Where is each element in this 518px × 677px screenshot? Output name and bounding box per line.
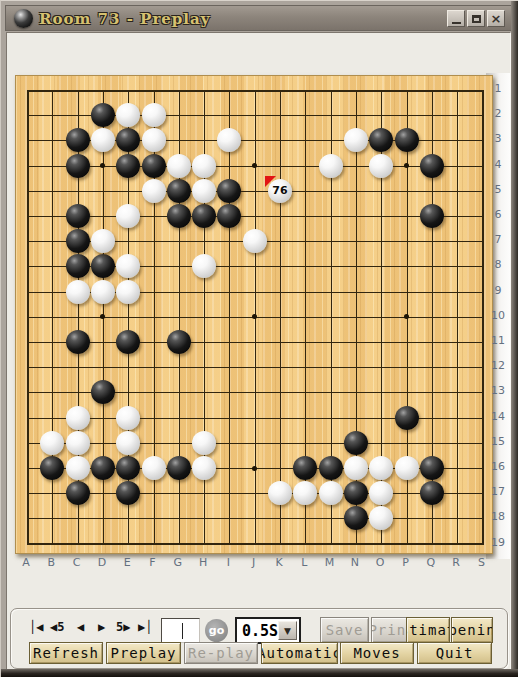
stone-black-G11: [167, 330, 191, 354]
stone-black-C4: [66, 154, 90, 178]
stone-white-E9: [116, 280, 140, 304]
stone-black-N17: [344, 481, 368, 505]
stone-black-I5: [217, 179, 241, 203]
row-label-15: 15: [488, 435, 508, 448]
stone-black-C3: [66, 128, 90, 152]
stone-black-E16: [116, 456, 140, 480]
stone-black-D8: [91, 254, 115, 278]
stone-black-C17: [66, 481, 90, 505]
column-label-N: N: [346, 556, 364, 569]
row-label-13: 13: [488, 384, 508, 397]
stone-white-F3: [142, 128, 166, 152]
row-label-5: 5: [488, 183, 508, 196]
nav-back-1-button[interactable]: ◀: [77, 621, 84, 633]
row-label-18: 18: [488, 510, 508, 523]
star-point: [252, 163, 257, 168]
grid-line-vertical: [280, 90, 281, 545]
preplay-button[interactable]: Preplay: [106, 642, 181, 664]
star-point: [100, 163, 105, 168]
row-label-8: 8: [488, 258, 508, 271]
stone-black-O3: [369, 128, 393, 152]
stone-white-I3: [217, 128, 241, 152]
stone-white-E2: [116, 103, 140, 127]
column-label-B: B: [42, 556, 60, 569]
stone-black-M16: [319, 456, 343, 480]
stone-white-E14: [116, 406, 140, 430]
row-label-2: 2: [488, 107, 508, 120]
row-label-17: 17: [488, 485, 508, 498]
stone-white-E15: [116, 431, 140, 455]
stone-black-E4: [116, 154, 140, 178]
stone-black-G6: [167, 204, 191, 228]
titlebar[interactable]: Room 73 - Preplay ×: [5, 5, 512, 31]
column-label-J: J: [245, 556, 263, 569]
stone-white-H16: [192, 456, 216, 480]
grid-line-vertical: [482, 90, 484, 545]
minimize-icon: [452, 22, 461, 24]
grid-line-horizontal: [27, 367, 483, 368]
stone-white-D7: [91, 229, 115, 253]
stone-white-C9: [66, 280, 90, 304]
stone-black-D16: [91, 456, 115, 480]
stone-black-F4: [142, 154, 166, 178]
grid-line-horizontal: [27, 342, 483, 343]
save-button[interactable]: Save: [320, 617, 369, 643]
stone-black-G16: [167, 456, 191, 480]
stone-black-Q6: [420, 204, 444, 228]
nav-last-button[interactable]: ▶│: [138, 621, 152, 633]
nav-forward-1-button[interactable]: ▶: [98, 621, 105, 633]
quit-button[interactable]: Quit: [417, 642, 492, 664]
stone-black-N15: [344, 431, 368, 455]
chevron-down-icon: ▼: [284, 626, 291, 636]
grid-line-horizontal: [27, 493, 483, 494]
stone-black-Q16: [420, 456, 444, 480]
column-label-R: R: [447, 556, 465, 569]
column-label-F: F: [144, 556, 162, 569]
row-label-1: 1: [488, 82, 508, 95]
stone-black-L16: [293, 456, 317, 480]
stone-black-D2: [91, 103, 115, 127]
star-point: [404, 163, 409, 168]
dropdown-arrow-button[interactable]: ▼: [278, 621, 297, 640]
column-label-E: E: [118, 556, 136, 569]
stone-white-F16: [142, 456, 166, 480]
client-area: 76 ABCDEFGHIJKLMNOPQRS123456789101112131…: [6, 32, 511, 670]
stone-white-O4: [369, 154, 393, 178]
row-label-19: 19: [488, 536, 508, 549]
stone-black-P14: [395, 406, 419, 430]
column-label-I: I: [219, 556, 237, 569]
stone-black-H6: [192, 204, 216, 228]
row-label-14: 14: [488, 410, 508, 423]
stone-black-Q4: [420, 154, 444, 178]
row-label-9: 9: [488, 284, 508, 297]
stone-white-K17: [268, 481, 292, 505]
column-label-D: D: [93, 556, 111, 569]
column-label-C: C: [68, 556, 86, 569]
stone-black-C6: [66, 204, 90, 228]
stone-white-J7: [243, 229, 267, 253]
column-label-L: L: [295, 556, 313, 569]
stone-white-B15: [40, 431, 64, 455]
stone-black-E17: [116, 481, 140, 505]
stone-white-K5: 76: [268, 179, 292, 203]
stone-black-D13: [91, 380, 115, 404]
row-label-11: 11: [488, 334, 508, 347]
stone-black-P3: [395, 128, 419, 152]
column-label-G: G: [169, 556, 187, 569]
window-frame-right: [511, 1, 518, 677]
close-button[interactable]: ×: [487, 10, 505, 27]
window-title: Room 73 - Preplay: [39, 10, 210, 28]
stone-white-H5: [192, 179, 216, 203]
column-label-M: M: [321, 556, 339, 569]
star-point: [252, 314, 257, 319]
maximize-button[interactable]: [467, 10, 485, 27]
stone-white-F2: [142, 103, 166, 127]
stone-black-N18: [344, 506, 368, 530]
maximize-icon: [472, 15, 481, 23]
row-label-12: 12: [488, 359, 508, 372]
nav-back-5-button[interactable]: ◀5: [50, 621, 64, 633]
stone-black-E3: [116, 128, 140, 152]
penin-button[interactable]: penin: [451, 617, 493, 643]
stone-white-O17: [369, 481, 393, 505]
stone-white-G4: [167, 154, 191, 178]
stone-black-G5: [167, 179, 191, 203]
row-label-4: 4: [488, 158, 508, 171]
stone-black-C11: [66, 330, 90, 354]
stone-black-C7: [66, 229, 90, 253]
stone-white-E6: [116, 204, 140, 228]
stone-white-D9: [91, 280, 115, 304]
stone-white-H4: [192, 154, 216, 178]
column-label-P: P: [397, 556, 415, 569]
row-label-16: 16: [488, 460, 508, 473]
star-point: [252, 466, 257, 471]
column-label-K: K: [270, 556, 288, 569]
row-label-6: 6: [488, 208, 508, 221]
stone-white-O18: [369, 506, 393, 530]
move-number-input[interactable]: [161, 618, 200, 643]
minimize-button[interactable]: [447, 10, 465, 27]
re-play-button[interactable]: Re-play: [184, 642, 258, 664]
close-icon: ×: [491, 12, 502, 25]
refresh-button[interactable]: Refresh: [29, 642, 103, 664]
delay-dropdown[interactable]: 0.5S ▼: [235, 617, 301, 644]
text-caret: [182, 623, 183, 639]
column-label-Q: Q: [422, 556, 440, 569]
stone-white-H8: [192, 254, 216, 278]
stone-white-N16: [344, 456, 368, 480]
go-board[interactable]: 76: [15, 75, 493, 554]
stone-white-L17: [293, 481, 317, 505]
stone-white-M4: [319, 154, 343, 178]
stone-black-B16: [40, 456, 64, 480]
row-label-7: 7: [488, 233, 508, 246]
row-label-10: 10: [488, 309, 508, 322]
row-label-3: 3: [488, 132, 508, 145]
stone-black-I6: [217, 204, 241, 228]
stone-white-N3: [344, 128, 368, 152]
automatic-button[interactable]: Automatic: [261, 642, 338, 664]
stone-black-C8: [66, 254, 90, 278]
column-label-H: H: [194, 556, 212, 569]
stone-white-M17: [319, 481, 343, 505]
stone-white-C15: [66, 431, 90, 455]
stone-white-D3: [91, 128, 115, 152]
stone-white-H15: [192, 431, 216, 455]
grid-line-horizontal: [27, 518, 483, 519]
star-point: [404, 314, 409, 319]
grid-line-horizontal: [27, 543, 483, 545]
moves-button[interactable]: Moves: [340, 642, 414, 664]
delay-value: 0.5S: [237, 622, 278, 640]
go-button[interactable]: go: [205, 619, 228, 642]
star-point: [100, 314, 105, 319]
grid-line-vertical: [457, 90, 458, 545]
stone-white-F5: [142, 179, 166, 203]
nav-first-button[interactable]: │◀: [29, 621, 43, 633]
stone-white-E8: [116, 254, 140, 278]
window-frame-bottom: [1, 669, 518, 677]
nav-forward-5-button[interactable]: 5▶: [116, 621, 130, 633]
column-label-S: S: [472, 556, 490, 569]
grid-line-horizontal: [27, 443, 483, 444]
column-label-O: O: [371, 556, 389, 569]
stone-white-C16: [66, 456, 90, 480]
stimat-button[interactable]: stimat: [406, 617, 450, 643]
app-window: Room 73 - Preplay × 76 ABCDEFGHIJKLMNOPQ…: [0, 0, 518, 677]
column-label-A: A: [17, 556, 35, 569]
stone-white-O16: [369, 456, 393, 480]
last-move-marker-icon: [265, 176, 276, 187]
app-icon: [14, 9, 33, 28]
stone-white-C14: [66, 406, 90, 430]
stone-white-P16: [395, 456, 419, 480]
stone-black-E11: [116, 330, 140, 354]
stone-black-Q17: [420, 481, 444, 505]
